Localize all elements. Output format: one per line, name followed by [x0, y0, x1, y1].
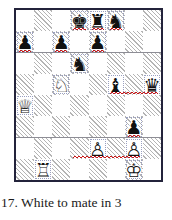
square-h8 — [143, 10, 161, 31]
square-b1: ♜♖ — [34, 159, 52, 180]
white-piece-g1: ♚♔ — [125, 159, 143, 180]
square-c2 — [52, 138, 70, 159]
square-h6 — [143, 53, 161, 74]
white-piece-c5: ♞♘ — [52, 74, 70, 95]
square-g4 — [125, 95, 143, 116]
square-f5: ♝ — [107, 74, 125, 95]
square-c6 — [52, 53, 70, 74]
square-g7 — [125, 31, 143, 52]
black-piece-f8: ♞ — [107, 10, 125, 31]
square-d7 — [70, 31, 88, 52]
black-piece-d6: ♞ — [70, 53, 88, 74]
square-b2 — [34, 138, 52, 159]
chess-board: ♚♜♞♟♟♟♞♞♘♝♛♛♕♟♟♙♟♙♜♖♚♔ — [14, 8, 163, 182]
square-h3 — [143, 116, 161, 137]
square-g8 — [125, 10, 143, 31]
board-grid: ♚♜♞♟♟♟♞♞♘♝♛♛♕♟♟♙♟♙♜♖♚♔ — [16, 10, 161, 180]
square-e4 — [89, 95, 107, 116]
square-c5: ♞♘ — [52, 74, 70, 95]
black-piece-c7: ♟ — [52, 31, 70, 51]
square-f6 — [107, 53, 125, 74]
square-f3 — [107, 116, 125, 137]
square-e6 — [89, 53, 107, 74]
square-c8 — [52, 10, 70, 31]
square-d1 — [70, 159, 88, 180]
square-b3 — [34, 116, 52, 137]
square-d5 — [70, 74, 88, 95]
square-b8 — [34, 10, 52, 31]
square-a7: ♟ — [16, 31, 34, 52]
white-piece-b1: ♜♖ — [34, 159, 52, 180]
square-b4 — [34, 95, 52, 116]
square-h4 — [143, 95, 161, 116]
square-a6 — [16, 53, 34, 74]
square-f8: ♞ — [107, 10, 125, 31]
square-f2 — [107, 138, 125, 159]
square-b7 — [34, 31, 52, 52]
square-g2: ♟♙ — [125, 138, 143, 159]
square-e1 — [89, 159, 107, 180]
square-c3 — [52, 116, 70, 137]
black-piece-e7: ♟ — [89, 31, 107, 51]
black-piece-e8: ♜ — [89, 10, 107, 31]
square-c1 — [52, 159, 70, 180]
white-piece-g2: ♟♙ — [125, 138, 143, 159]
square-e2: ♟♙ — [89, 138, 107, 159]
square-g3: ♟ — [125, 116, 143, 137]
square-f4 — [107, 95, 125, 116]
square-d8: ♚ — [70, 10, 88, 31]
black-piece-f5: ♝ — [107, 74, 125, 95]
square-e7: ♟ — [89, 31, 107, 52]
black-piece-h5: ♛ — [143, 74, 161, 95]
square-a8 — [16, 10, 34, 31]
square-c7: ♟ — [52, 31, 70, 52]
black-piece-g3: ♟ — [125, 116, 143, 136]
square-d4 — [70, 95, 88, 116]
square-a3 — [16, 116, 34, 137]
white-piece-e2: ♟♙ — [89, 138, 107, 159]
square-a4: ♛♕ — [16, 95, 34, 116]
square-e3 — [89, 116, 107, 137]
square-a5 — [16, 74, 34, 95]
square-g6 — [125, 53, 143, 74]
square-g5 — [125, 74, 143, 95]
square-f7 — [107, 31, 125, 52]
square-d3 — [70, 116, 88, 137]
square-b6 — [34, 53, 52, 74]
puzzle-caption: 17. White to mate in 3 — [1, 195, 171, 211]
square-g1: ♚♔ — [125, 159, 143, 180]
square-a2 — [16, 138, 34, 159]
square-e8: ♜ — [89, 10, 107, 31]
square-h7 — [143, 31, 161, 52]
square-a1 — [16, 159, 34, 180]
square-f1 — [107, 159, 125, 180]
white-piece-a4: ♛♕ — [16, 95, 34, 116]
square-d2 — [70, 138, 88, 159]
square-h2 — [143, 138, 161, 159]
square-h5: ♛ — [143, 74, 161, 95]
square-h1 — [143, 159, 161, 180]
square-d6: ♞ — [70, 53, 88, 74]
black-piece-a7: ♟ — [16, 31, 34, 51]
chess-puzzle-page: ♚♜♞♟♟♟♞♞♘♝♛♛♕♟♟♙♟♙♜♖♚♔ 17. White to mate… — [0, 0, 172, 220]
square-b5 — [34, 74, 52, 95]
square-c4 — [52, 95, 70, 116]
square-e5 — [89, 74, 107, 95]
black-piece-d8: ♚ — [70, 10, 88, 31]
